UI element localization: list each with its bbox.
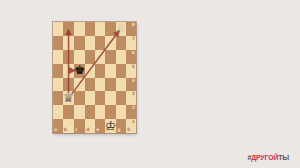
square-a6 bbox=[53, 50, 63, 64]
square-f6 bbox=[105, 50, 116, 64]
white-king: ♔ bbox=[105, 119, 116, 132]
square-d2 bbox=[85, 105, 95, 119]
square-h4: 4 bbox=[126, 78, 136, 92]
square-e6 bbox=[95, 50, 105, 64]
square-b2 bbox=[63, 105, 74, 119]
square-g2 bbox=[116, 105, 126, 119]
square-g7 bbox=[116, 36, 126, 50]
white-queen-ghost: ♕ bbox=[117, 24, 126, 34]
file-label-h: h bbox=[127, 128, 130, 133]
square-h3: 3 bbox=[126, 91, 136, 105]
white-queen: ♕ bbox=[63, 92, 74, 105]
rank-label-8: 8 bbox=[132, 23, 135, 28]
square-a8 bbox=[53, 22, 63, 36]
square-c7 bbox=[74, 36, 85, 50]
rank-label-3: 3 bbox=[132, 92, 135, 97]
square-c8 bbox=[74, 22, 85, 36]
square-e1: e bbox=[95, 119, 105, 133]
square-g8: ♕ bbox=[116, 22, 126, 36]
square-a1: a bbox=[53, 119, 63, 133]
rank-label-2: 2 bbox=[132, 106, 135, 111]
square-h6: 6 bbox=[126, 50, 136, 64]
square-c4 bbox=[74, 78, 85, 92]
square-g5 bbox=[116, 64, 126, 78]
square-c1: c bbox=[74, 119, 85, 133]
square-h2: 2 bbox=[126, 105, 136, 119]
square-d5 bbox=[85, 64, 95, 78]
square-f8 bbox=[105, 22, 116, 36]
square-c3 bbox=[74, 91, 85, 105]
move-arrows-overlay bbox=[0, 0, 300, 168]
square-b5 bbox=[63, 64, 74, 78]
square-g6 bbox=[116, 50, 126, 64]
square-e4 bbox=[95, 78, 105, 92]
file-label-e: e bbox=[96, 128, 99, 133]
square-a7 bbox=[53, 36, 63, 50]
square-g4 bbox=[116, 78, 126, 92]
square-b7 bbox=[63, 36, 74, 50]
black-king: ♚ bbox=[74, 64, 85, 77]
square-a5 bbox=[53, 64, 63, 78]
square-h1: h1 bbox=[126, 119, 136, 133]
square-d1: d bbox=[85, 119, 95, 133]
watermark-suffix: ТЫ bbox=[278, 154, 289, 161]
square-f7 bbox=[105, 36, 116, 50]
square-g1: g bbox=[116, 119, 126, 133]
square-g3 bbox=[116, 91, 126, 105]
square-e8 bbox=[95, 22, 105, 36]
square-b8 bbox=[63, 22, 74, 36]
square-a3 bbox=[53, 91, 63, 105]
chess-lesson-frame: ♕876♚54♕32abcdef♔gh1 #ДРУГОЙТЫ bbox=[0, 0, 300, 168]
square-h7: 7 bbox=[126, 36, 136, 50]
file-label-d: d bbox=[86, 128, 89, 133]
chess-board: ♕876♚54♕32abcdef♔gh1 bbox=[53, 22, 136, 133]
square-f1: f♔ bbox=[105, 119, 116, 133]
square-c5: ♚ bbox=[74, 64, 85, 78]
square-a2 bbox=[53, 105, 63, 119]
square-f5 bbox=[105, 64, 116, 78]
watermark-brand: ДРУГОЙ bbox=[251, 154, 278, 161]
channel-watermark: #ДРУГОЙТЫ bbox=[247, 154, 289, 161]
square-e3 bbox=[95, 91, 105, 105]
square-d8 bbox=[85, 22, 95, 36]
square-b6 bbox=[63, 50, 74, 64]
square-e2 bbox=[95, 105, 105, 119]
rank-label-1: 1 bbox=[132, 120, 135, 125]
file-label-a: a bbox=[54, 128, 57, 133]
rank-label-4: 4 bbox=[132, 79, 135, 84]
rank-label-6: 6 bbox=[132, 51, 135, 56]
file-label-g: g bbox=[117, 128, 120, 133]
file-label-c: c bbox=[75, 128, 78, 133]
square-d6 bbox=[85, 50, 95, 64]
square-d3 bbox=[85, 91, 95, 105]
square-e7 bbox=[95, 36, 105, 50]
square-b3: ♕ bbox=[63, 91, 74, 105]
square-h5: 5 bbox=[126, 64, 136, 78]
square-c2 bbox=[74, 105, 85, 119]
square-d7 bbox=[85, 36, 95, 50]
square-d4 bbox=[85, 78, 95, 92]
square-f3 bbox=[105, 91, 116, 105]
square-e5 bbox=[95, 64, 105, 78]
square-a4 bbox=[53, 78, 63, 92]
square-b1: b bbox=[63, 119, 74, 133]
rank-label-7: 7 bbox=[132, 37, 135, 42]
square-h8: 8 bbox=[126, 22, 136, 36]
rank-label-5: 5 bbox=[132, 65, 135, 70]
square-f4 bbox=[105, 78, 116, 92]
file-label-b: b bbox=[64, 128, 67, 133]
